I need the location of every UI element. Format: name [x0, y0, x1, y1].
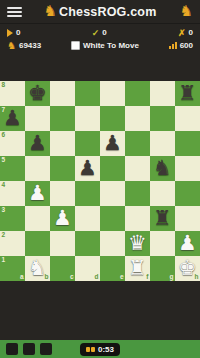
board-spacer: [0, 52, 200, 81]
file-label-g: g: [170, 274, 174, 281]
square-a1[interactable]: 1a: [0, 256, 25, 281]
square-b3[interactable]: [25, 206, 50, 231]
square-e8[interactable]: [100, 81, 125, 106]
square-a2[interactable]: 2: [0, 231, 25, 256]
played-counter: 0: [7, 28, 20, 37]
footer-bar: 0:53: [0, 340, 200, 358]
square-b5[interactable]: [25, 156, 50, 181]
black-king[interactable]: ♚: [25, 81, 50, 106]
square-f8[interactable]: [125, 81, 150, 106]
black-pawn[interactable]: ♟: [100, 131, 125, 156]
square-d7[interactable]: [75, 106, 100, 131]
chess-board: 8♚♜7♟6♟♟5♟♞4♟3♟♜2♛♟1ab♞cdef♜gh♚: [0, 81, 200, 281]
white-pawn[interactable]: ♟: [25, 181, 50, 206]
square-d5[interactable]: ♟: [75, 156, 100, 181]
timer-value: 0:53: [98, 345, 114, 354]
square-f2[interactable]: ♛: [125, 231, 150, 256]
square-h1[interactable]: h♚: [175, 256, 200, 281]
rank-label-2: 2: [2, 232, 6, 239]
square-b4[interactable]: ♟: [25, 181, 50, 206]
rank-label-8: 8: [2, 82, 6, 89]
square-c2[interactable]: [50, 231, 75, 256]
square-e6[interactable]: ♟: [100, 131, 125, 156]
square-g4[interactable]: [150, 181, 175, 206]
file-label-d: d: [95, 274, 99, 281]
square-c5[interactable]: [50, 156, 75, 181]
file-label-c: c: [70, 274, 74, 281]
square-h8[interactable]: ♜: [175, 81, 200, 106]
square-d6[interactable]: [75, 131, 100, 156]
black-pawn[interactable]: ♟: [75, 156, 100, 181]
app-header: ♞ ChessROG.com ♞: [0, 0, 200, 24]
turn-checkbox[interactable]: [71, 41, 80, 50]
square-g6[interactable]: [150, 131, 175, 156]
white-knight[interactable]: ♞: [25, 256, 50, 281]
square-d2[interactable]: [75, 231, 100, 256]
failed-count: 0: [189, 28, 193, 37]
square-f3[interactable]: [125, 206, 150, 231]
rating-counter: 600: [169, 41, 193, 50]
square-c4[interactable]: [50, 181, 75, 206]
square-a3[interactable]: 3: [0, 206, 25, 231]
footer-button-2[interactable]: [23, 343, 35, 355]
square-g7[interactable]: [150, 106, 175, 131]
rank-label-3: 3: [2, 207, 6, 214]
square-a8[interactable]: 8: [0, 81, 25, 106]
square-f1[interactable]: f♜: [125, 256, 150, 281]
square-h5[interactable]: [175, 156, 200, 181]
white-rook[interactable]: ♜: [125, 256, 150, 281]
square-g8[interactable]: [150, 81, 175, 106]
black-knight[interactable]: ♞: [150, 156, 175, 181]
x-icon: ✗: [178, 28, 186, 38]
page-title: ChessROG.com: [59, 5, 157, 19]
menu-icon[interactable]: [7, 7, 22, 17]
stats-panel: 0 ✓ 0 ✗ 0 ♞ 69433 White To Move 600: [0, 24, 200, 52]
white-queen[interactable]: ♛: [125, 231, 150, 256]
knight-right-icon[interactable]: ♞: [180, 4, 193, 19]
square-f4[interactable]: [125, 181, 150, 206]
square-e3[interactable]: [100, 206, 125, 231]
file-label-a: a: [20, 274, 24, 281]
square-e1[interactable]: e: [100, 256, 125, 281]
square-b8[interactable]: ♚: [25, 81, 50, 106]
footer-button-1[interactable]: [6, 343, 18, 355]
played-count: 0: [16, 28, 20, 37]
square-h2[interactable]: ♟: [175, 231, 200, 256]
rank-label-6: 6: [2, 132, 6, 139]
square-a5[interactable]: 5: [0, 156, 25, 181]
title-group: ♞ ChessROG.com: [43, 4, 156, 19]
square-d1[interactable]: d: [75, 256, 100, 281]
white-king[interactable]: ♚: [175, 256, 200, 281]
knight-logo-icon: ♞: [43, 4, 56, 19]
failed-counter: ✗ 0: [178, 28, 193, 38]
square-d8[interactable]: [75, 81, 100, 106]
turn-indicator: White To Move: [71, 41, 139, 50]
square-g1[interactable]: g: [150, 256, 175, 281]
stats-row-1: 0 ✓ 0 ✗ 0: [7, 26, 193, 39]
solved-count: 0: [102, 28, 106, 37]
square-f6[interactable]: [125, 131, 150, 156]
timer-badge[interactable]: 0:53: [80, 343, 120, 356]
stats-row-2: ♞ 69433 White To Move 600: [7, 39, 193, 52]
square-e5[interactable]: [100, 156, 125, 181]
bottom-gap: [0, 281, 200, 338]
square-d3[interactable]: [75, 206, 100, 231]
square-f5[interactable]: [125, 156, 150, 181]
square-b1[interactable]: b♞: [25, 256, 50, 281]
file-label-e: e: [120, 274, 124, 281]
square-d4[interactable]: [75, 181, 100, 206]
points-counter: ♞ 69433: [7, 41, 41, 51]
rank-label-5: 5: [2, 157, 6, 164]
square-a6[interactable]: 6: [0, 131, 25, 156]
square-b7[interactable]: [25, 106, 50, 131]
square-e2[interactable]: [100, 231, 125, 256]
footer-button-3[interactable]: [40, 343, 52, 355]
square-h6[interactable]: [175, 131, 200, 156]
knight-points-icon: ♞: [7, 41, 16, 51]
signal-bars-icon: [169, 42, 177, 49]
square-c3[interactable]: ♟: [50, 206, 75, 231]
square-h3[interactable]: [175, 206, 200, 231]
black-pawn[interactable]: ♟: [0, 106, 25, 131]
white-pawn[interactable]: ♟: [175, 231, 200, 256]
square-b2[interactable]: [25, 231, 50, 256]
square-c8[interactable]: [50, 81, 75, 106]
square-h4[interactable]: [175, 181, 200, 206]
timer-goggles-icon: [86, 347, 95, 352]
square-e7[interactable]: [100, 106, 125, 131]
rank-label-4: 4: [2, 182, 6, 189]
black-pawn[interactable]: ♟: [25, 131, 50, 156]
solved-counter: ✓ 0: [92, 28, 107, 38]
play-icon: [7, 29, 13, 37]
square-g2[interactable]: [150, 231, 175, 256]
black-rook[interactable]: ♜: [175, 81, 200, 106]
turn-label: White To Move: [83, 41, 139, 50]
square-a4[interactable]: 4: [0, 181, 25, 206]
square-c6[interactable]: [50, 131, 75, 156]
square-f7[interactable]: [125, 106, 150, 131]
square-c1[interactable]: c: [50, 256, 75, 281]
square-b6[interactable]: ♟: [25, 131, 50, 156]
rank-label-1: 1: [2, 257, 6, 264]
square-e4[interactable]: [100, 181, 125, 206]
rating-value: 600: [180, 41, 193, 50]
square-g3[interactable]: ♜: [150, 206, 175, 231]
square-c7[interactable]: [50, 106, 75, 131]
white-pawn[interactable]: ♟: [50, 206, 75, 231]
check-icon: ✓: [92, 28, 100, 38]
square-g5[interactable]: ♞: [150, 156, 175, 181]
black-rook[interactable]: ♜: [150, 206, 175, 231]
points-value: 69433: [19, 41, 41, 50]
chess-app: ♞ ChessROG.com ♞ 0 ✓ 0 ✗ 0 ♞ 69433: [0, 0, 200, 358]
square-h7[interactable]: [175, 106, 200, 131]
square-a7[interactable]: 7♟: [0, 106, 25, 131]
